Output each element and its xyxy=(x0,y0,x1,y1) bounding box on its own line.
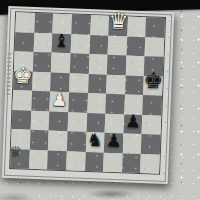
square-d2 xyxy=(67,131,86,151)
square-g2 xyxy=(123,133,142,153)
square-c7: ♝ xyxy=(52,33,71,53)
square-g5 xyxy=(125,75,144,95)
white-pawn: ♟ xyxy=(51,90,68,109)
square-c8 xyxy=(53,14,72,34)
square-f1 xyxy=(103,152,122,172)
square-d7 xyxy=(70,34,89,54)
square-h3 xyxy=(142,115,161,135)
square-e4 xyxy=(87,93,106,113)
square-f8: ♛ xyxy=(108,16,127,36)
square-g1 xyxy=(122,153,141,173)
chessboard: ♛ ♛♝♚♚♟♟♞♟ xyxy=(2,6,174,184)
black-knight: ♞ xyxy=(87,131,104,150)
square-d6 xyxy=(70,53,89,73)
square-c6 xyxy=(51,53,70,73)
square-f6 xyxy=(107,55,126,75)
square-a6 xyxy=(14,51,33,71)
square-h1 xyxy=(140,154,159,174)
corner-crown-emblem: ♛ xyxy=(9,145,23,160)
square-f3 xyxy=(105,113,124,133)
square-g7 xyxy=(126,36,145,56)
square-e2: ♞ xyxy=(85,132,104,152)
edge-branding-text xyxy=(6,53,12,97)
square-d3 xyxy=(67,112,86,132)
square-d1 xyxy=(66,151,85,171)
square-a7 xyxy=(15,32,34,52)
square-c3 xyxy=(49,111,68,131)
square-b7 xyxy=(33,32,52,52)
black-bishop: ♝ xyxy=(53,32,70,51)
square-h8 xyxy=(146,17,165,37)
square-e8 xyxy=(90,15,109,35)
photo-of-chessboard: ♛ ♛♝♚♚♟♟♞♟ xyxy=(0,0,200,200)
square-d4 xyxy=(68,92,87,112)
square-g8 xyxy=(127,16,146,36)
square-c4: ♟ xyxy=(50,92,69,112)
square-b5 xyxy=(32,71,51,91)
square-e6 xyxy=(88,54,107,74)
square-g6 xyxy=(126,55,145,75)
square-h7 xyxy=(145,37,164,57)
board-grid: ♛♝♚♚♟♟♞♟ xyxy=(10,12,165,174)
table-shadow-left xyxy=(0,192,34,200)
square-b8 xyxy=(34,13,53,33)
playing-area: ♛♝♚♚♟♟♞♟ xyxy=(9,11,166,175)
white-queen: ♛ xyxy=(108,10,129,33)
black-pawn: ♟ xyxy=(125,113,142,132)
square-b6 xyxy=(32,52,51,72)
square-c1 xyxy=(47,150,66,170)
square-e7 xyxy=(89,35,108,55)
table-shadow xyxy=(86,189,136,199)
square-b2 xyxy=(29,130,48,150)
square-f4 xyxy=(105,94,124,114)
square-h4 xyxy=(143,95,162,115)
square-e1 xyxy=(85,151,104,171)
square-c5 xyxy=(50,72,69,92)
square-e5 xyxy=(88,73,107,93)
square-g3: ♟ xyxy=(123,114,142,134)
square-h5: ♚ xyxy=(143,76,162,96)
square-a5: ♚ xyxy=(13,71,32,91)
square-a8 xyxy=(15,12,34,32)
square-e3 xyxy=(86,112,105,132)
square-h2 xyxy=(141,134,160,154)
square-g4 xyxy=(124,94,143,114)
square-a4 xyxy=(12,90,31,110)
square-a3 xyxy=(12,110,31,130)
square-b4 xyxy=(31,91,50,111)
square-f2: ♟ xyxy=(104,133,123,153)
square-d5 xyxy=(69,73,88,93)
square-b3 xyxy=(30,110,49,130)
black-pawn: ♟ xyxy=(105,131,122,150)
square-h6 xyxy=(144,56,163,76)
square-f5 xyxy=(106,74,125,94)
square-d8 xyxy=(71,14,90,34)
square-f7 xyxy=(108,35,127,55)
square-c2 xyxy=(48,131,67,151)
square-b1 xyxy=(29,149,48,169)
